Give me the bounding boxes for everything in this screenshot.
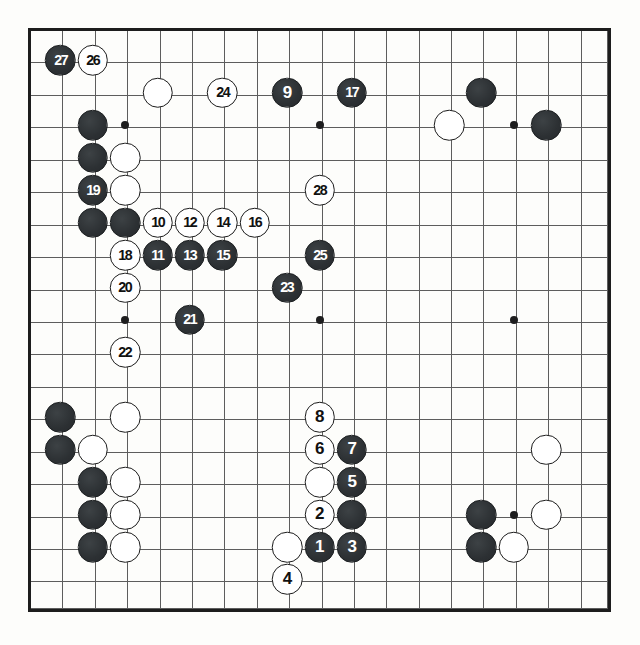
- stone-white-24: 24: [207, 78, 238, 109]
- move-number-label: 15: [216, 247, 229, 263]
- stone-white-28: 28: [304, 175, 335, 206]
- stone-black: [78, 110, 109, 141]
- stone-black-15: 15: [207, 240, 238, 271]
- stone-black-1: 1: [304, 532, 335, 563]
- stone-white-12: 12: [175, 207, 206, 238]
- stone-black-13: 13: [175, 240, 206, 271]
- move-number-label: 5: [347, 473, 356, 490]
- stone-white-18: 18: [110, 240, 141, 271]
- move-number-label: 18: [119, 247, 132, 263]
- stone-white-20: 20: [110, 272, 141, 303]
- move-number-label: 17: [345, 85, 358, 101]
- stone-white: [304, 467, 335, 498]
- move-number-label: 4: [283, 570, 292, 587]
- stone-white-10: 10: [142, 207, 173, 238]
- stone-black: [531, 110, 562, 141]
- stone-white: [110, 402, 141, 433]
- stone-white: [110, 175, 141, 206]
- stone-white: [434, 110, 465, 141]
- stone-white: [142, 78, 173, 109]
- star-point: [316, 316, 324, 324]
- stone-white-16: 16: [239, 207, 270, 238]
- move-number-label: 2: [315, 506, 324, 523]
- move-number-label: 13: [183, 247, 196, 263]
- move-number-label: 16: [248, 214, 261, 230]
- stone-black-19: 19: [78, 175, 109, 206]
- stone-white: [110, 143, 141, 174]
- move-number-label: 7: [347, 441, 356, 458]
- stone-white: [499, 532, 530, 563]
- board-overlay: 2726249171928101214161811131525202321228…: [0, 0, 640, 645]
- move-number-label: 23: [281, 279, 294, 295]
- star-point: [510, 121, 518, 129]
- stone-white: [78, 434, 109, 465]
- stone-white: [272, 532, 303, 563]
- stone-white: [110, 499, 141, 530]
- move-number-label: 21: [183, 312, 196, 328]
- move-number-label: 22: [119, 344, 132, 360]
- move-number-label: 9: [283, 84, 292, 101]
- stone-white: [110, 532, 141, 563]
- move-number-label: 6: [315, 441, 324, 458]
- stone-black-27: 27: [45, 45, 76, 76]
- stone-black-11: 11: [142, 240, 173, 271]
- stone-black: [110, 207, 141, 238]
- stone-black: [78, 499, 109, 530]
- move-number-label: 3: [347, 538, 356, 555]
- move-number-label: 28: [313, 182, 326, 198]
- star-point: [510, 316, 518, 324]
- stone-black-5: 5: [337, 467, 368, 498]
- stone-black: [45, 402, 76, 433]
- stone-black: [78, 532, 109, 563]
- stone-black: [466, 499, 497, 530]
- star-point: [316, 121, 324, 129]
- go-diagram-page: 2726249171928101214161811131525202321228…: [0, 0, 640, 645]
- star-point: [510, 511, 518, 519]
- move-number-label: 11: [151, 247, 163, 263]
- stone-black: [45, 434, 76, 465]
- move-number-label: 10: [151, 214, 164, 230]
- move-number-label: 14: [216, 214, 229, 230]
- stone-white-22: 22: [110, 337, 141, 368]
- move-number-label: 20: [119, 279, 132, 295]
- stone-white-4: 4: [272, 564, 303, 595]
- move-number-label: 26: [86, 52, 99, 68]
- move-number-label: 24: [216, 85, 229, 101]
- stone-black-25: 25: [304, 240, 335, 271]
- move-number-label: 27: [54, 52, 67, 68]
- stone-white-6: 6: [304, 434, 335, 465]
- move-number-label: 1: [315, 538, 324, 555]
- move-number-label: 19: [86, 182, 99, 198]
- stone-black-17: 17: [337, 78, 368, 109]
- stone-black: [337, 499, 368, 530]
- move-number-label: 25: [313, 247, 326, 263]
- stone-black-23: 23: [272, 272, 303, 303]
- stone-white: [110, 467, 141, 498]
- stone-black: [466, 78, 497, 109]
- star-point: [121, 121, 129, 129]
- stone-black: [78, 467, 109, 498]
- move-number-label: 12: [183, 214, 196, 230]
- stone-white: [531, 434, 562, 465]
- stone-white-14: 14: [207, 207, 238, 238]
- stone-white-2: 2: [304, 499, 335, 530]
- stone-black: [78, 207, 109, 238]
- stone-white: [531, 499, 562, 530]
- stone-black: [78, 143, 109, 174]
- stone-black-21: 21: [175, 305, 206, 336]
- stone-black-9: 9: [272, 78, 303, 109]
- move-number-label: 8: [315, 408, 324, 425]
- stone-black-7: 7: [337, 434, 368, 465]
- stone-white-8: 8: [304, 402, 335, 433]
- stone-white-26: 26: [78, 45, 109, 76]
- stone-black: [466, 532, 497, 563]
- stone-black-3: 3: [337, 532, 368, 563]
- star-point: [121, 316, 129, 324]
